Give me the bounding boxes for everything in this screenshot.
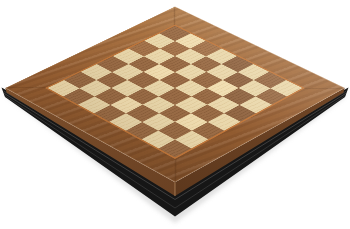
miter-seam — [174, 7, 175, 26]
miter-seam — [175, 158, 176, 183]
miter-seam — [303, 88, 345, 89]
chess-board — [5, 7, 344, 183]
chessboard-product-photo — [0, 0, 350, 229]
miter-seam — [5, 87, 47, 88]
board-scene — [0, 0, 350, 229]
board-grid — [48, 26, 303, 157]
playing-field — [45, 25, 305, 159]
